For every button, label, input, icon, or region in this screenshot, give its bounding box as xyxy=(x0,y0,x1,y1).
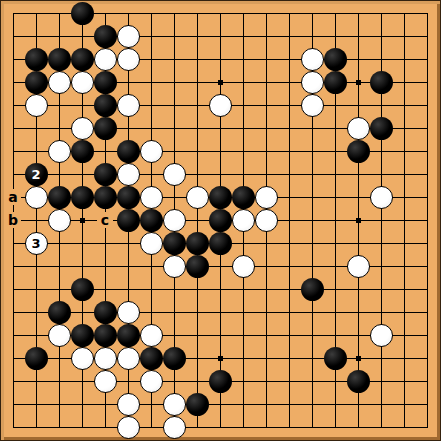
white-stone xyxy=(140,140,163,163)
black-stone xyxy=(94,324,117,347)
black-stone xyxy=(347,370,370,393)
black-stone xyxy=(71,324,94,347)
black-stone xyxy=(209,186,232,209)
black-stone xyxy=(370,71,393,94)
black-stone xyxy=(163,347,186,370)
white-stone xyxy=(255,209,278,232)
black-stone xyxy=(140,209,163,232)
black-stone xyxy=(301,278,324,301)
white-stone xyxy=(25,94,48,117)
star-point xyxy=(218,80,223,85)
white-stone xyxy=(25,186,48,209)
white-stone xyxy=(48,140,71,163)
white-stone xyxy=(163,393,186,416)
goban-board: 23abc xyxy=(0,0,441,441)
white-stone xyxy=(209,94,232,117)
black-stone xyxy=(186,255,209,278)
white-stone xyxy=(186,186,209,209)
white-stone xyxy=(48,71,71,94)
letter-label: c xyxy=(97,212,113,228)
black-stone xyxy=(71,278,94,301)
white-stone xyxy=(347,117,370,140)
black-stone xyxy=(117,324,140,347)
black-stone xyxy=(117,140,140,163)
black-stone xyxy=(25,48,48,71)
black-stone xyxy=(209,232,232,255)
white-stone xyxy=(117,25,140,48)
black-stone xyxy=(117,186,140,209)
white-stone xyxy=(232,209,255,232)
white-stone xyxy=(94,48,117,71)
white-stone xyxy=(301,94,324,117)
white-stone xyxy=(71,71,94,94)
black-stone xyxy=(163,232,186,255)
black-stone xyxy=(209,209,232,232)
black-stone: 2 xyxy=(25,163,48,186)
black-stone xyxy=(140,347,163,370)
white-stone xyxy=(48,209,71,232)
black-stone xyxy=(324,347,347,370)
star-point xyxy=(356,80,361,85)
black-stone xyxy=(370,117,393,140)
black-stone xyxy=(94,163,117,186)
white-stone xyxy=(163,209,186,232)
white-stone xyxy=(140,232,163,255)
star-point xyxy=(356,356,361,361)
black-stone xyxy=(324,71,347,94)
black-stone xyxy=(71,48,94,71)
letter-label: a xyxy=(5,189,21,205)
black-stone xyxy=(324,48,347,71)
black-stone xyxy=(71,2,94,25)
black-stone xyxy=(117,209,140,232)
white-stone xyxy=(140,370,163,393)
white-stone xyxy=(117,347,140,370)
white-stone xyxy=(117,393,140,416)
white-stone xyxy=(48,324,71,347)
black-stone xyxy=(94,186,117,209)
white-stone xyxy=(255,186,278,209)
white-stone xyxy=(370,324,393,347)
white-stone xyxy=(117,301,140,324)
star-point xyxy=(218,356,223,361)
star-point xyxy=(80,218,85,223)
stone-number: 2 xyxy=(31,168,40,181)
black-stone xyxy=(94,117,117,140)
stone-number: 3 xyxy=(31,237,40,250)
white-stone xyxy=(301,71,324,94)
black-stone xyxy=(71,186,94,209)
white-stone xyxy=(117,163,140,186)
black-stone xyxy=(25,347,48,370)
white-stone xyxy=(163,255,186,278)
white-stone xyxy=(232,255,255,278)
white-stone xyxy=(140,324,163,347)
black-stone xyxy=(48,301,71,324)
white-stone xyxy=(301,48,324,71)
black-stone xyxy=(347,140,370,163)
black-stone xyxy=(48,186,71,209)
letter-label: b xyxy=(5,212,21,228)
white-stone xyxy=(370,186,393,209)
white-stone xyxy=(117,94,140,117)
black-stone xyxy=(94,94,117,117)
black-stone xyxy=(186,232,209,255)
white-stone xyxy=(94,370,117,393)
white-stone xyxy=(347,255,370,278)
black-stone xyxy=(209,370,232,393)
white-stone xyxy=(140,186,163,209)
black-stone xyxy=(94,71,117,94)
white-stone xyxy=(163,416,186,439)
white-stone xyxy=(71,347,94,370)
go-diagram: 23abc xyxy=(0,0,441,441)
black-stone xyxy=(25,71,48,94)
black-stone xyxy=(71,140,94,163)
white-stone xyxy=(163,163,186,186)
white-stone xyxy=(94,347,117,370)
white-stone xyxy=(117,416,140,439)
black-stone xyxy=(232,186,255,209)
white-stone xyxy=(71,117,94,140)
white-stone: 3 xyxy=(25,232,48,255)
black-stone xyxy=(48,48,71,71)
star-point xyxy=(356,218,361,223)
white-stone xyxy=(117,48,140,71)
black-stone xyxy=(94,301,117,324)
black-stone xyxy=(94,25,117,48)
black-stone xyxy=(186,393,209,416)
